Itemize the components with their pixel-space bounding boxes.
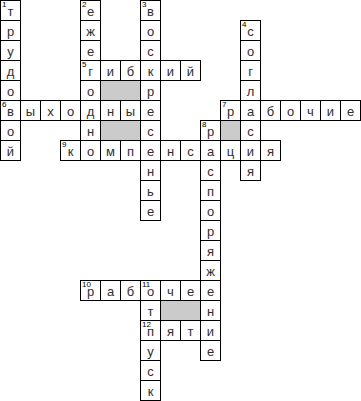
cell-letter: о	[81, 145, 100, 158]
letter-cell: е	[140, 140, 161, 161]
cell-letter: ь	[141, 185, 160, 198]
letter-cell: я	[200, 240, 221, 261]
cell-letter: д	[81, 105, 100, 118]
cell-letter: й	[1, 145, 20, 158]
letter-cell: с	[240, 120, 261, 141]
letter-cell: 9к	[60, 140, 81, 161]
cell-letter: п	[121, 145, 140, 158]
cell-letter: т	[181, 325, 200, 338]
cell-letter: ж	[201, 265, 220, 278]
cell-letter: ж	[81, 25, 100, 38]
blocked-cell	[100, 120, 121, 141]
cell-letter: в	[1, 105, 20, 118]
letter-cell: б	[120, 280, 141, 301]
letter-cell: у	[0, 40, 21, 61]
letter-cell: ж	[80, 20, 101, 41]
cell-letter: т	[1, 5, 20, 18]
letter-cell: е	[140, 200, 161, 221]
cell-letter: п	[201, 185, 220, 198]
cell-letter: о	[141, 285, 160, 298]
cell-letter: п	[141, 325, 160, 338]
cell-letter: я	[201, 245, 220, 258]
letter-cell: 1т	[0, 0, 21, 21]
cell-letter: к	[141, 385, 160, 398]
cell-letter: б	[121, 285, 140, 298]
letter-cell: 5г	[80, 60, 101, 81]
cell-letter: а	[201, 145, 220, 158]
letter-cell: л	[240, 80, 261, 101]
cell-letter: в	[141, 5, 160, 18]
cell-letter: е	[81, 45, 100, 58]
cell-letter: е	[141, 145, 160, 158]
letter-cell: ы	[20, 100, 41, 121]
letter-cell: д	[80, 100, 101, 121]
letter-cell: я	[260, 140, 281, 161]
letter-cell: е	[140, 100, 161, 121]
cell-letter: о	[241, 45, 260, 58]
letter-cell: о	[80, 80, 101, 101]
letter-cell: т	[140, 300, 161, 321]
cell-letter: н	[161, 145, 180, 158]
letter-cell: р	[0, 20, 21, 41]
letter-cell: я	[240, 160, 261, 181]
letter-cell: а	[240, 100, 261, 121]
cell-letter: и	[101, 65, 120, 78]
letter-cell: е	[180, 280, 201, 301]
letter-cell: й	[180, 60, 201, 81]
letter-cell: с	[140, 360, 161, 381]
cell-letter: с	[141, 125, 160, 138]
cell-letter: е	[201, 285, 220, 298]
letter-cell: м	[100, 140, 121, 161]
letter-cell: г	[240, 60, 261, 81]
letter-cell: 3в	[140, 0, 161, 21]
letter-cell: 7р	[220, 100, 241, 121]
letter-cell: е	[200, 280, 221, 301]
cell-letter: р	[221, 105, 240, 118]
cell-letter: р	[201, 225, 220, 238]
letter-cell: и	[100, 60, 121, 81]
cell-letter: и	[241, 145, 260, 158]
letter-cell: и	[320, 100, 341, 121]
letter-cell: р	[140, 80, 161, 101]
letter-cell: о	[80, 140, 101, 161]
letter-cell: ж	[200, 260, 221, 281]
letter-cell: ь	[140, 180, 161, 201]
letter-cell: и	[160, 60, 181, 81]
cell-letter: я	[261, 145, 280, 158]
letter-cell: 2е	[80, 0, 101, 21]
cell-letter: а	[101, 285, 120, 298]
letter-cell: 11о	[140, 280, 161, 301]
letter-cell: и	[200, 320, 221, 341]
cell-letter: и	[201, 325, 220, 338]
letter-cell: о	[200, 200, 221, 221]
cell-letter: е	[141, 105, 160, 118]
letter-cell: р	[200, 220, 221, 241]
cell-letter: ы	[121, 105, 140, 118]
crossword-board: 1т2е3вржо4суесод5гибкийгоорл6выходные7ра…	[0, 0, 361, 401]
letter-cell: б	[260, 100, 281, 121]
blocked-cell	[120, 120, 141, 141]
letter-cell: е	[340, 100, 361, 121]
cell-letter: р	[1, 25, 20, 38]
blocked-cell	[100, 80, 121, 101]
cell-letter: с	[241, 125, 260, 138]
letter-cell: 4с	[240, 20, 261, 41]
cell-letter: б	[121, 65, 140, 78]
cell-letter: о	[81, 85, 100, 98]
cell-letter: л	[241, 85, 260, 98]
letter-cell: с	[140, 120, 161, 141]
cell-letter: с	[181, 145, 200, 158]
letter-cell: н	[140, 160, 161, 181]
letter-cell: у	[140, 340, 161, 361]
letter-cell: к	[140, 380, 161, 401]
cell-letter: у	[141, 345, 160, 358]
cell-letter: с	[241, 25, 260, 38]
letter-cell: д	[0, 60, 21, 81]
cell-letter: ч	[161, 285, 180, 298]
letter-cell: х	[40, 100, 61, 121]
cell-letter: д	[1, 65, 20, 78]
cell-letter: н	[201, 305, 220, 318]
letter-cell: а	[100, 280, 121, 301]
blocked-cell	[120, 80, 141, 101]
cell-letter: и	[321, 105, 340, 118]
letter-cell: н	[160, 140, 181, 161]
cell-letter: ч	[301, 105, 320, 118]
cell-letter: о	[1, 85, 20, 98]
cell-letter: ц	[221, 145, 240, 158]
letter-cell: н	[200, 300, 221, 321]
cell-letter: к	[141, 65, 160, 78]
letter-cell: к	[140, 60, 161, 81]
cell-letter: й	[181, 65, 200, 78]
cell-letter: я	[241, 165, 260, 178]
blocked-cell	[160, 300, 181, 321]
letter-cell: 8р	[200, 120, 221, 141]
letter-cell: о	[280, 100, 301, 121]
letter-cell: и	[240, 140, 261, 161]
cell-letter: н	[101, 105, 120, 118]
cell-letter: р	[81, 285, 100, 298]
letter-cell: н	[100, 100, 121, 121]
letter-cell: 10р	[80, 280, 101, 301]
cell-letter: о	[1, 125, 20, 138]
cell-letter: я	[161, 325, 180, 338]
letter-cell: с	[140, 40, 161, 61]
cell-letter: г	[81, 65, 100, 78]
letter-cell: п	[120, 140, 141, 161]
letter-cell: с	[180, 140, 201, 161]
cell-letter: т	[141, 305, 160, 318]
cell-letter: о	[141, 25, 160, 38]
letter-cell: о	[0, 120, 21, 141]
cell-letter: н	[141, 165, 160, 178]
blocked-cell	[220, 120, 241, 141]
cell-letter: е	[341, 105, 360, 118]
letter-cell: е	[200, 340, 221, 361]
letter-cell: 6в	[0, 100, 21, 121]
letter-cell: й	[0, 140, 21, 161]
letter-cell: а	[200, 140, 221, 161]
cell-letter: н	[81, 125, 100, 138]
letter-cell: е	[80, 40, 101, 61]
letter-cell: п	[200, 180, 221, 201]
cell-letter: е	[201, 345, 220, 358]
cell-letter: с	[141, 45, 160, 58]
letter-cell: ч	[160, 280, 181, 301]
letter-cell: т	[180, 320, 201, 341]
cell-letter: а	[241, 105, 260, 118]
letter-cell: ч	[300, 100, 321, 121]
letter-cell: я	[160, 320, 181, 341]
letter-cell: ц	[220, 140, 241, 161]
cell-letter: р	[141, 85, 160, 98]
cell-letter: е	[141, 205, 160, 218]
cell-letter: о	[201, 205, 220, 218]
letter-cell: о	[0, 80, 21, 101]
letter-cell: о	[60, 100, 81, 121]
cell-letter: е	[181, 285, 200, 298]
cell-letter: м	[101, 145, 120, 158]
cell-letter: ы	[21, 105, 40, 118]
cell-letter: о	[281, 105, 300, 118]
cell-letter: х	[41, 105, 60, 118]
letter-cell: 12п	[140, 320, 161, 341]
blocked-cell	[180, 300, 201, 321]
cell-letter: с	[201, 165, 220, 178]
letter-cell: о	[140, 20, 161, 41]
cell-letter: с	[141, 365, 160, 378]
cell-letter: у	[1, 45, 20, 58]
letter-cell: с	[200, 160, 221, 181]
cell-letter: и	[161, 65, 180, 78]
letter-cell: ы	[120, 100, 141, 121]
cell-letter: к	[61, 145, 80, 158]
letter-cell: н	[80, 120, 101, 141]
cell-letter: г	[241, 65, 260, 78]
cell-letter: е	[81, 5, 100, 18]
cell-letter: р	[201, 125, 220, 138]
cell-letter: о	[61, 105, 80, 118]
letter-cell: о	[240, 40, 261, 61]
cell-letter: б	[261, 105, 280, 118]
letter-cell: б	[120, 60, 141, 81]
